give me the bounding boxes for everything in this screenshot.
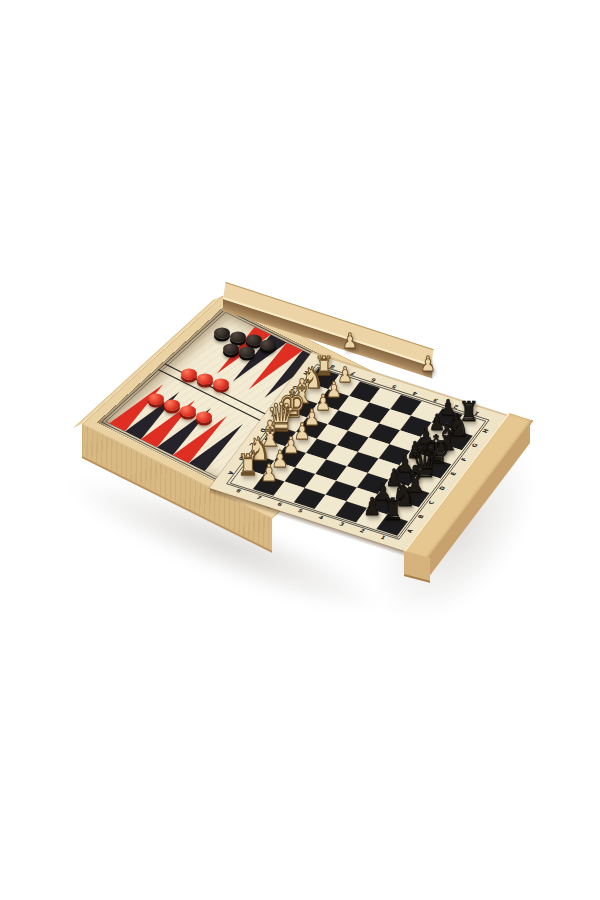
rank-label-near-4: 4: [317, 515, 324, 520]
file-label-near-C: C: [428, 500, 436, 505]
rank-label-far-2: 2: [453, 404, 460, 409]
rank-label-near-1: 1: [379, 535, 386, 540]
rank-label-near-2: 2: [359, 528, 366, 533]
rank-label-far-1: 1: [474, 410, 481, 415]
file-label-near-H: H: [481, 428, 489, 433]
rank-label-far-8: 8: [329, 364, 336, 369]
file-label-near-D: D: [438, 485, 446, 490]
file-label-near-G: G: [471, 443, 479, 448]
rank-label-near-3: 3: [338, 522, 345, 527]
file-label-far-G: G: [291, 384, 299, 389]
file-label-near-A: A: [406, 528, 414, 533]
file-label-far-E: E: [269, 413, 277, 418]
file-label-far-B: B: [237, 456, 245, 461]
file-label-near-E: E: [449, 472, 457, 477]
file-label-far-D: D: [258, 427, 266, 432]
rank-label-near-7: 7: [256, 495, 263, 500]
rank-label-far-3: 3: [432, 397, 439, 402]
rank-label-near-8: 8: [235, 488, 242, 493]
file-label-near-B: B: [417, 514, 425, 519]
file-label-far-F: F: [280, 399, 288, 404]
product-photo-scene: 8877665544332211HHGGFFEEDDCCBBAA ♟♟♜♟♞♟♝…: [0, 0, 600, 900]
rank-label-far-7: 7: [350, 370, 357, 375]
rank-label-far-6: 6: [370, 377, 377, 382]
file-label-near-F: F: [460, 457, 468, 462]
file-label-far-C: C: [248, 442, 256, 447]
rank-label-near-6: 6: [276, 502, 283, 507]
rank-label-near-5: 5: [297, 508, 304, 513]
file-label-far-H: H: [301, 370, 309, 375]
rank-label-far-5: 5: [391, 384, 398, 389]
file-label-far-A: A: [226, 470, 234, 475]
rank-label-far-4: 4: [412, 390, 419, 395]
